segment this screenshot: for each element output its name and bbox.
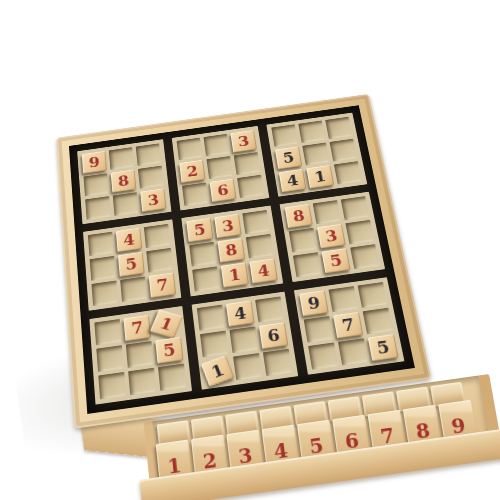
empty-well-r8c5 xyxy=(229,326,258,353)
cell-r9c7 xyxy=(308,342,338,369)
tile-4-r6c6[interactable]: 4 xyxy=(249,258,277,283)
wooden-sudoku-scene: 123456789 98332654145753814835715461975 xyxy=(0,0,500,500)
empty-well-r2c6 xyxy=(234,152,261,175)
tile-5-r9c9[interactable]: 5 xyxy=(368,334,399,361)
cell-r6c8: 5 xyxy=(322,248,351,273)
tile-8-r5c5[interactable]: 8 xyxy=(218,238,246,263)
cell-r2c9 xyxy=(329,139,357,162)
cell-r9c1 xyxy=(98,372,126,400)
tile-8-r4c7[interactable]: 8 xyxy=(285,204,313,228)
cell-r8c7 xyxy=(304,316,334,343)
cell-r8c6: 6 xyxy=(259,322,288,349)
tile-1-r9c4[interactable]: 1 xyxy=(201,355,235,386)
cell-r8c8: 7 xyxy=(333,312,363,339)
cell-r4c9 xyxy=(341,196,370,220)
cell-r9c5 xyxy=(233,353,262,380)
empty-well-r9c8 xyxy=(338,338,369,365)
cell-r1c6: 3 xyxy=(230,130,257,153)
cell-r1c5 xyxy=(203,134,229,157)
empty-well-r6c4 xyxy=(192,266,220,291)
tile-4-r3c7[interactable]: 4 xyxy=(279,169,307,192)
tile-1-r7c3[interactable]: 1 xyxy=(150,310,183,339)
tile-7-r8c8[interactable]: 7 xyxy=(333,312,363,339)
empty-well-r1c3 xyxy=(136,143,162,166)
cell-r5c6 xyxy=(246,234,274,259)
empty-well-r1c4 xyxy=(177,138,203,161)
empty-well-r4c1 xyxy=(88,232,114,256)
cell-r6c1 xyxy=(91,280,118,306)
cell-r7c6 xyxy=(255,296,284,322)
empty-well-r4c8 xyxy=(313,200,341,224)
cell-r3c3: 3 xyxy=(140,188,166,212)
empty-well-r5c9 xyxy=(345,220,374,245)
empty-well-r2c3 xyxy=(138,166,164,189)
tile-9-r1c1[interactable]: 9 xyxy=(82,151,107,174)
cell-r5c1 xyxy=(90,256,117,281)
cell-r2c5 xyxy=(206,156,233,179)
tile-6-r3c5[interactable]: 6 xyxy=(210,179,237,203)
empty-well-r9c2 xyxy=(128,368,156,395)
cell-r3c2 xyxy=(113,192,139,216)
cell-r8c5 xyxy=(229,326,258,353)
empty-well-r6c7 xyxy=(293,252,322,277)
cell-r5c3 xyxy=(146,248,173,273)
cell-r6c5: 1 xyxy=(221,262,249,287)
box-3-1: 715 xyxy=(89,306,192,405)
tile-1-r3c8[interactable]: 1 xyxy=(306,165,334,188)
cell-r6c7 xyxy=(293,252,322,277)
empty-well-r7c1 xyxy=(94,319,121,345)
box-2-1: 457 xyxy=(83,219,181,310)
cell-r5c2: 5 xyxy=(118,252,145,277)
empty-well-r6c1 xyxy=(91,280,118,306)
cell-r2c4: 2 xyxy=(179,160,205,183)
empty-well-r8c4 xyxy=(200,331,229,358)
empty-well-r5c4 xyxy=(189,242,216,267)
cell-r2c6 xyxy=(234,152,261,175)
tile-1-r6c5[interactable]: 1 xyxy=(221,262,249,287)
cell-r2c3 xyxy=(138,166,164,189)
empty-well-r8c9 xyxy=(363,308,393,335)
cell-r1c3 xyxy=(136,143,162,166)
tile-3-r5c8[interactable]: 3 xyxy=(317,224,346,249)
empty-well-r5c3 xyxy=(146,248,173,273)
cell-r4c3 xyxy=(144,224,171,248)
empty-well-r6c9 xyxy=(350,244,379,269)
cell-r4c2: 4 xyxy=(116,228,142,252)
empty-well-r9c6 xyxy=(263,349,293,376)
cell-r2c1 xyxy=(83,173,108,196)
box-1-3: 541 xyxy=(266,113,367,197)
cell-r9c6 xyxy=(263,349,293,376)
cell-r8c1 xyxy=(96,345,124,372)
box-2-3: 835 xyxy=(280,192,386,282)
cell-r4c6 xyxy=(242,210,270,234)
cell-r9c3 xyxy=(158,364,187,391)
empty-well-r9c1 xyxy=(98,372,126,400)
cell-r8c2 xyxy=(126,341,154,368)
board-grid: 98332654145753814835715461975 xyxy=(69,105,415,414)
cell-r6c6: 4 xyxy=(249,258,277,283)
cell-r9c2 xyxy=(128,368,156,395)
cell-r5c8: 3 xyxy=(317,224,346,249)
empty-well-r3c1 xyxy=(85,196,111,220)
cell-r2c8 xyxy=(302,143,330,166)
empty-well-r5c6 xyxy=(246,234,274,259)
tile-3-r4c5[interactable]: 3 xyxy=(214,214,241,238)
cell-r9c4: 1 xyxy=(203,357,232,384)
cell-r6c3: 7 xyxy=(149,272,176,297)
cell-r3c7: 4 xyxy=(279,169,307,192)
cell-r9c9: 5 xyxy=(368,334,399,361)
empty-well-r9c3 xyxy=(158,364,187,391)
empty-well-r8c2 xyxy=(126,341,154,368)
empty-well-r8c1 xyxy=(96,345,124,372)
cell-r5c9 xyxy=(345,220,374,245)
empty-well-r3c4 xyxy=(182,182,209,206)
cell-r7c1 xyxy=(94,319,121,345)
empty-well-r2c8 xyxy=(302,143,330,166)
cell-r3c1 xyxy=(85,196,111,220)
cell-r7c5: 4 xyxy=(226,300,255,326)
cell-r5c7 xyxy=(289,228,317,253)
cell-r5c5: 8 xyxy=(218,238,246,263)
cell-r7c3: 1 xyxy=(153,311,181,337)
cell-r2c2: 8 xyxy=(111,169,137,192)
board-frame: 98332654145753814835715461975 xyxy=(56,94,431,429)
cell-r4c4: 5 xyxy=(186,218,213,242)
empty-well-r3c2 xyxy=(113,192,139,216)
sudoku-board: 98332654145753814835715461975 xyxy=(56,94,431,429)
cell-r4c7: 8 xyxy=(285,204,313,228)
cell-r1c1: 9 xyxy=(82,151,107,174)
tile-7-r7c2[interactable]: 7 xyxy=(123,315,151,341)
tile-5-r6c8[interactable]: 5 xyxy=(322,248,351,273)
tile-4-r4c2[interactable]: 4 xyxy=(116,228,142,252)
tile-7-r6c3[interactable]: 7 xyxy=(149,272,176,297)
empty-well-r7c6 xyxy=(255,296,284,322)
empty-well-r4c6 xyxy=(242,210,270,234)
tile-3-r3c3[interactable]: 3 xyxy=(140,188,166,212)
cell-r7c4 xyxy=(197,305,225,331)
box-3-2: 461 xyxy=(192,292,299,390)
empty-well-r7c4 xyxy=(197,305,225,331)
tile-3-r1c6[interactable]: 3 xyxy=(230,130,257,153)
empty-well-r7c9 xyxy=(358,282,388,308)
tile-6-r8c6[interactable]: 6 xyxy=(259,322,288,349)
tile-5-r5c2[interactable]: 5 xyxy=(118,252,145,277)
box-2-2: 53814 xyxy=(181,206,283,297)
empty-well-r1c8 xyxy=(298,120,325,142)
box-1-2: 326 xyxy=(172,126,270,211)
cell-r8c9 xyxy=(363,308,393,335)
empty-well-r2c9 xyxy=(329,139,357,162)
cell-r6c9 xyxy=(350,244,379,269)
cell-r7c2: 7 xyxy=(123,315,151,341)
cell-r3c9 xyxy=(334,161,362,184)
tile-5-r4c4[interactable]: 5 xyxy=(186,218,213,242)
cell-r6c2 xyxy=(120,276,147,301)
tile-8-r2c2[interactable]: 8 xyxy=(111,169,137,192)
cell-r8c3: 5 xyxy=(155,337,183,364)
empty-well-r9c7 xyxy=(308,342,338,369)
cell-r3c4 xyxy=(182,182,209,206)
empty-well-r4c3 xyxy=(144,224,171,248)
empty-well-r1c5 xyxy=(203,134,229,157)
cell-r1c9 xyxy=(325,117,352,139)
tile-2-r2c4[interactable]: 2 xyxy=(179,160,205,183)
cell-r1c8 xyxy=(298,120,325,142)
cell-r1c7 xyxy=(271,124,298,147)
cell-r7c9 xyxy=(358,282,388,308)
box-3-3: 975 xyxy=(294,277,405,375)
empty-well-r2c1 xyxy=(83,173,108,196)
cell-r3c5: 6 xyxy=(210,179,237,203)
empty-well-r1c9 xyxy=(325,117,352,139)
empty-well-r4c9 xyxy=(341,196,370,220)
tile-5-r2c7[interactable]: 5 xyxy=(275,146,302,169)
cell-r7c7: 9 xyxy=(299,290,328,316)
empty-well-r1c7 xyxy=(271,124,298,147)
tile-4-r7c5[interactable]: 4 xyxy=(226,300,255,326)
empty-well-r6c2 xyxy=(120,276,147,301)
empty-well-r9c5 xyxy=(233,353,262,380)
empty-well-r3c9 xyxy=(334,161,362,184)
board-tilt-group: 123456789 98332654145753814835715461975 xyxy=(0,0,500,500)
cell-r2c7: 5 xyxy=(275,146,302,169)
cell-r1c4 xyxy=(177,138,203,161)
tile-9-r7c7[interactable]: 9 xyxy=(299,290,328,316)
cell-r1c2 xyxy=(109,147,134,170)
cell-r8c4 xyxy=(200,331,229,358)
empty-well-r2c5 xyxy=(206,156,233,179)
box-1-1: 983 xyxy=(77,139,171,224)
empty-well-r8c7 xyxy=(304,316,334,343)
empty-well-r5c1 xyxy=(90,256,117,281)
cell-r4c1 xyxy=(88,232,114,256)
cell-r4c5: 3 xyxy=(214,214,241,238)
empty-well-r5c7 xyxy=(289,228,317,253)
empty-well-r3c6 xyxy=(237,175,264,198)
cell-r9c8 xyxy=(338,338,369,365)
cell-r4c8 xyxy=(313,200,341,224)
cell-r7c8 xyxy=(328,286,358,312)
cell-r3c6 xyxy=(237,175,264,198)
cell-r3c8: 1 xyxy=(306,165,334,188)
empty-well-r1c2 xyxy=(109,147,134,170)
cell-r6c4 xyxy=(192,266,220,291)
tile-5-r8c3[interactable]: 5 xyxy=(155,337,183,364)
cell-r5c4 xyxy=(189,242,216,267)
empty-well-r7c8 xyxy=(328,286,358,312)
